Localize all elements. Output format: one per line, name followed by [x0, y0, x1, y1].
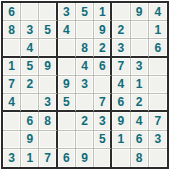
cell-r2c6: 9 [94, 21, 112, 39]
cell-r3c1[interactable] [3, 39, 21, 57]
cell-r1c3[interactable] [39, 3, 57, 21]
cell-r3c6: 2 [94, 39, 112, 57]
cell-r3c4[interactable] [58, 39, 76, 57]
cell-r2c2: 3 [21, 21, 39, 39]
given-digit: 7 [118, 60, 125, 72]
cell-r4c6: 6 [94, 58, 112, 76]
cell-r2c9: 1 [149, 21, 167, 39]
cell-r1c1: 6 [3, 3, 21, 21]
cell-r9c4: 6 [58, 149, 76, 167]
cell-r5c2: 2 [21, 76, 39, 94]
given-digit: 2 [136, 96, 143, 108]
cell-r8c8: 6 [131, 131, 149, 149]
given-digit: 9 [81, 152, 88, 164]
given-digit: 3 [155, 133, 162, 145]
given-digit: 3 [26, 24, 33, 36]
given-digit: 3 [118, 42, 125, 54]
cell-r7c3: 8 [39, 112, 57, 130]
cell-r1c8: 9 [131, 3, 149, 21]
cell-r9c8: 8 [131, 149, 149, 167]
given-digit: 8 [136, 152, 143, 164]
cell-r3c7: 3 [112, 39, 130, 57]
given-digit: 3 [63, 6, 70, 18]
given-digit: 9 [44, 60, 51, 72]
given-digit: 7 [44, 152, 51, 164]
cell-r8c2: 9 [21, 131, 39, 149]
given-digit: 9 [136, 6, 143, 18]
given-digit: 4 [136, 115, 143, 127]
given-digit: 8 [44, 115, 51, 127]
cell-r6c5[interactable] [76, 94, 94, 112]
given-digit: 2 [81, 115, 88, 127]
cell-r5c1: 7 [3, 76, 21, 94]
cell-r2c5[interactable] [76, 21, 94, 39]
sudoku-puzzle: 6351948354921482361594673729341435762682… [0, 0, 170, 170]
given-digit: 1 [155, 24, 162, 36]
cell-r8c1[interactable] [3, 131, 21, 149]
given-digit: 6 [155, 42, 162, 54]
given-digit: 3 [8, 152, 15, 164]
given-digit: 9 [63, 78, 70, 90]
given-digit: 5 [81, 6, 88, 18]
cell-r2c7: 2 [112, 21, 130, 39]
cell-r7c2: 6 [21, 112, 39, 130]
cell-r1c4: 3 [58, 3, 76, 21]
cell-r3c9: 6 [149, 39, 167, 57]
cell-r6c2[interactable] [21, 94, 39, 112]
cell-r2c4: 4 [58, 21, 76, 39]
given-digit: 2 [118, 24, 125, 36]
cell-r7c8: 4 [131, 112, 149, 130]
cell-r4c3: 9 [39, 58, 57, 76]
given-digit: 6 [99, 60, 106, 72]
given-digit: 4 [63, 24, 70, 36]
given-digit: 4 [26, 42, 33, 54]
cell-r1c7[interactable] [112, 3, 130, 21]
cell-r1c9: 4 [149, 3, 167, 21]
cell-r4c8: 3 [131, 58, 149, 76]
cell-r9c5: 9 [76, 149, 94, 167]
cell-r4c1: 1 [3, 58, 21, 76]
cell-r3c2: 4 [21, 39, 39, 57]
cell-r4c7: 7 [112, 58, 130, 76]
cell-r2c8[interactable] [131, 21, 149, 39]
cell-r5c9[interactable] [149, 76, 167, 94]
cell-r6c6: 7 [94, 94, 112, 112]
given-digit: 2 [99, 42, 106, 54]
given-digit: 2 [26, 78, 33, 90]
given-digit: 4 [155, 6, 162, 18]
cell-r7c4[interactable] [58, 112, 76, 130]
cell-r9c3: 7 [39, 149, 57, 167]
cell-r3c5: 8 [76, 39, 94, 57]
given-digit: 1 [8, 60, 15, 72]
cell-r1c2[interactable] [21, 3, 39, 21]
cell-r9c9[interactable] [149, 149, 167, 167]
cell-r4c5: 4 [76, 58, 94, 76]
cell-r5c7: 4 [112, 76, 130, 94]
given-digit: 4 [81, 60, 88, 72]
given-digit: 6 [63, 152, 70, 164]
cell-r6c1: 4 [3, 94, 21, 112]
given-digit: 7 [8, 78, 15, 90]
given-digit: 4 [118, 78, 125, 90]
cell-r4c4[interactable] [58, 58, 76, 76]
cell-r1c5: 5 [76, 3, 94, 21]
cell-r8c5[interactable] [76, 131, 94, 149]
given-digit: 3 [136, 60, 143, 72]
given-digit: 3 [81, 78, 88, 90]
given-digit: 7 [99, 96, 106, 108]
given-digit: 5 [99, 133, 106, 145]
cell-r6c8: 2 [131, 94, 149, 112]
given-digit: 3 [44, 96, 51, 108]
cell-r2c3: 5 [39, 21, 57, 39]
given-digit: 1 [136, 78, 143, 90]
given-digit: 8 [81, 42, 88, 54]
cell-r9c2: 1 [21, 149, 39, 167]
cell-r9c7[interactable] [112, 149, 130, 167]
given-digit: 6 [136, 133, 143, 145]
cell-r3c8[interactable] [131, 39, 149, 57]
cell-r9c6[interactable] [94, 149, 112, 167]
cell-r7c6: 3 [94, 112, 112, 130]
cell-r2c1: 8 [3, 21, 21, 39]
given-digit: 9 [99, 24, 106, 36]
cell-r4c2: 5 [21, 58, 39, 76]
cell-r9c1: 3 [3, 149, 21, 167]
given-digit: 4 [8, 96, 15, 108]
cell-r7c5: 2 [76, 112, 94, 130]
given-digit: 1 [99, 6, 106, 18]
cell-r8c4[interactable] [58, 131, 76, 149]
cell-r6c4: 5 [58, 94, 76, 112]
cell-r6c9[interactable] [149, 94, 167, 112]
cell-r8c9: 3 [149, 131, 167, 149]
cell-r7c9: 7 [149, 112, 167, 130]
cell-r8c3[interactable] [39, 131, 57, 149]
given-digit: 1 [26, 152, 33, 164]
given-digit: 1 [118, 133, 125, 145]
given-digit: 9 [26, 133, 33, 145]
cell-r3c3[interactable] [39, 39, 57, 57]
given-digit: 9 [118, 115, 125, 127]
given-digit: 6 [8, 6, 15, 18]
cell-r1c6: 1 [94, 3, 112, 21]
cell-r8c7: 1 [112, 131, 130, 149]
sudoku-board: 6351948354921482361594673729341435762682… [1, 1, 169, 169]
cell-r8c6: 5 [94, 131, 112, 149]
cell-r5c8: 1 [131, 76, 149, 94]
given-digit: 6 [118, 96, 125, 108]
cell-r5c3[interactable] [39, 76, 57, 94]
given-digit: 8 [8, 24, 15, 36]
given-digit: 5 [26, 60, 33, 72]
cell-r7c1[interactable] [3, 112, 21, 130]
cell-r4c9[interactable] [149, 58, 167, 76]
cell-r5c6[interactable] [94, 76, 112, 94]
given-digit: 3 [99, 115, 106, 127]
cell-r5c4: 9 [58, 76, 76, 94]
given-digit: 7 [155, 115, 162, 127]
cell-r6c7: 6 [112, 94, 130, 112]
cell-r6c3: 3 [39, 94, 57, 112]
given-digit: 5 [44, 24, 51, 36]
given-digit: 6 [26, 115, 33, 127]
cell-r7c7: 9 [112, 112, 130, 130]
cell-r5c5: 3 [76, 76, 94, 94]
given-digit: 5 [63, 96, 70, 108]
